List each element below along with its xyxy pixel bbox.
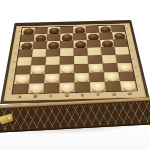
rank-label: 5 (128, 46, 136, 54)
square-a2[interactable] (14, 74, 30, 84)
square-f2[interactable] (89, 72, 105, 82)
latch-knob-icon (7, 116, 12, 121)
rank-label: 5 (12, 49, 19, 57)
file-label: E (75, 92, 91, 98)
rank-label: 6 (126, 39, 133, 47)
dark-piece[interactable] (21, 42, 33, 48)
file-label: B (27, 94, 43, 100)
file-label: G (106, 92, 123, 98)
dark-piece[interactable] (101, 40, 113, 46)
dark-piece[interactable] (75, 41, 86, 47)
file-label: H (122, 91, 139, 97)
light-piece[interactable] (118, 64, 131, 71)
dark-piece[interactable] (61, 34, 72, 40)
dark-piece[interactable] (49, 27, 60, 33)
square-a1[interactable] (13, 84, 30, 94)
rank-label: 4 (10, 57, 18, 66)
file-label: F (90, 92, 106, 98)
square-g2[interactable] (104, 72, 120, 82)
rank-label: 1 (135, 81, 144, 91)
dark-piece[interactable] (48, 42, 59, 48)
square-f1[interactable] (90, 82, 106, 92)
dark-piece[interactable] (35, 35, 46, 41)
square-b3[interactable] (30, 65, 45, 74)
file-label: A (12, 94, 28, 100)
square-c2[interactable] (44, 73, 59, 83)
square-d3[interactable] (60, 64, 75, 73)
dark-piece[interactable] (100, 26, 111, 32)
light-piece[interactable] (91, 83, 104, 91)
rank-label: 2 (133, 71, 142, 80)
rank-label: 3 (9, 66, 17, 75)
square-a3[interactable] (15, 65, 31, 74)
square-g3[interactable] (103, 63, 119, 72)
square-e1[interactable] (74, 82, 90, 92)
board: ABCDEFGH 87654321 87654321 (0, 20, 150, 104)
square-c3[interactable] (45, 65, 60, 74)
light-piece[interactable] (61, 83, 74, 91)
rank-label: 3 (131, 63, 139, 72)
light-piece[interactable] (76, 74, 88, 82)
dark-piece[interactable] (23, 28, 34, 34)
dark-piece[interactable] (74, 27, 85, 33)
coordinate-border: ABCDEFGH 87654321 87654321 (3, 23, 146, 101)
light-piece[interactable] (121, 82, 135, 90)
light-piece[interactable] (46, 74, 58, 82)
square-b2[interactable] (29, 74, 45, 84)
checkers-set-photo: ABCDEFGH 87654321 87654321 (0, 0, 150, 150)
light-piece[interactable] (105, 73, 118, 81)
board-frame: ABCDEFGH 87654321 87654321 (0, 20, 150, 104)
dark-piece[interactable] (113, 33, 125, 39)
square-c1[interactable] (44, 83, 60, 93)
light-piece[interactable] (16, 75, 29, 83)
board-grid (13, 25, 137, 94)
file-label: C (43, 93, 59, 99)
file-label: D (59, 93, 75, 99)
light-piece[interactable] (32, 66, 44, 73)
rank-label: 4 (130, 54, 138, 62)
light-piece[interactable] (61, 65, 73, 72)
square-e2[interactable] (74, 73, 89, 83)
square-b1[interactable] (28, 83, 44, 93)
square-e3[interactable] (74, 64, 89, 73)
light-piece[interactable] (30, 84, 43, 92)
light-piece[interactable] (90, 64, 102, 71)
square-g1[interactable] (105, 81, 122, 91)
square-f3[interactable] (88, 64, 103, 73)
square-d2[interactable] (59, 73, 74, 83)
square-d1[interactable] (59, 82, 75, 92)
dark-piece[interactable] (87, 33, 98, 39)
